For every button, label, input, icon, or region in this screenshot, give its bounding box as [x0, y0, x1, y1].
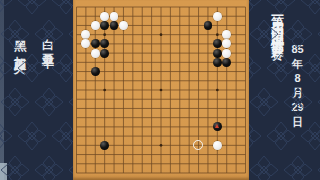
flower-motif-icon — [35, 88, 63, 116]
flower-motif-icon — [1, 20, 29, 48]
flower-motif-icon — [301, 0, 320, 14]
black-stone — [91, 39, 100, 48]
flower-motif-icon — [52, 0, 73, 14]
black-stone — [110, 21, 119, 30]
flower-motif-icon — [18, 0, 46, 14]
flower-motif-icon — [249, 54, 261, 82]
flower-motif-icon — [1, 156, 29, 180]
black-stone — [213, 39, 222, 48]
flower-motif-icon — [35, 156, 63, 180]
flower-motif-icon — [250, 20, 278, 48]
star-point — [216, 89, 219, 92]
video-frame: 白聂卫平 黑加藤正夫 第一届中日围棋擂台赛 85年8月29日 — [0, 0, 320, 180]
white-stone — [91, 49, 100, 58]
flower-motif-icon — [18, 54, 46, 82]
star-point — [216, 33, 219, 36]
black-stone — [213, 49, 222, 58]
black-stone — [100, 49, 109, 58]
flower-motif-icon — [52, 54, 73, 82]
white-stone — [119, 21, 128, 30]
star-point — [103, 89, 106, 92]
flower-motif-icon — [0, 122, 12, 150]
black-stone — [213, 58, 222, 67]
white-stone — [213, 12, 222, 21]
flower-motif-icon — [301, 54, 320, 82]
black-stone — [222, 58, 231, 67]
flower-motif-icon — [250, 88, 278, 116]
flower-motif-icon — [52, 122, 73, 150]
right-panel: 第一届中日围棋擂台赛 85年8月29日 — [249, 0, 320, 180]
flower-motif-icon — [35, 20, 63, 48]
white-stone — [100, 12, 109, 21]
flower-motif-icon — [267, 122, 295, 150]
black-stone — [100, 21, 109, 30]
star-point — [160, 144, 163, 147]
flower-motif-icon — [301, 122, 320, 150]
flower-motif-icon — [1, 88, 29, 116]
flower-motif-icon — [249, 0, 261, 14]
black-stone — [204, 21, 213, 30]
ring-marker-icon — [193, 140, 203, 150]
flower-motif-icon — [0, 0, 12, 14]
white-stone — [213, 141, 222, 150]
white-stone — [91, 21, 100, 30]
flower-motif-icon — [0, 54, 12, 82]
black-stone — [100, 141, 109, 150]
triangle-marker-icon — [215, 124, 219, 128]
star-point — [160, 89, 163, 92]
white-stone — [110, 12, 119, 21]
flower-motif-icon — [267, 54, 295, 82]
flower-motif-icon — [284, 156, 312, 180]
star-point — [103, 33, 106, 36]
flower-motif-icon — [18, 122, 46, 150]
star-point — [160, 33, 163, 36]
flower-motif-icon — [249, 122, 261, 150]
flower-motif-icon — [284, 88, 312, 116]
flower-motif-icon — [250, 156, 278, 180]
flower-motif-icon — [267, 0, 295, 14]
flower-motif-icon — [284, 20, 312, 48]
white-stone — [222, 49, 231, 58]
left-panel: 白聂卫平 黑加藤正夫 — [0, 0, 73, 180]
go-board — [73, 0, 249, 180]
black-stone — [91, 67, 100, 76]
